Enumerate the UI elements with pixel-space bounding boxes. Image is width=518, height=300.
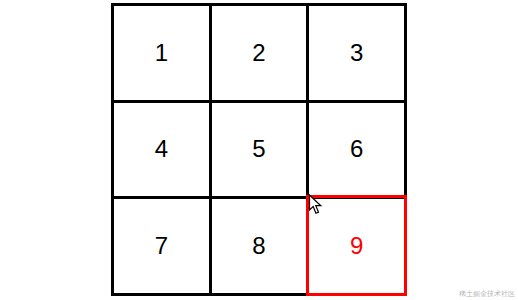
grid-cell-6[interactable]: 6 (309, 103, 404, 197)
grid-cell-9[interactable]: 9 (309, 199, 404, 293)
cell-value: 4 (155, 137, 168, 161)
grid-cell-1[interactable]: 1 (114, 6, 209, 100)
cell-value: 7 (155, 234, 168, 258)
grid-cell-5[interactable]: 5 (212, 103, 307, 197)
cell-value: 9 (350, 234, 363, 258)
cell-value: 8 (252, 234, 265, 258)
grid-cell-4[interactable]: 4 (114, 103, 209, 197)
grid-cell-2[interactable]: 2 (212, 6, 307, 100)
grid-cell-7[interactable]: 7 (114, 199, 209, 293)
cell-value: 1 (155, 41, 168, 65)
cell-value: 6 (350, 137, 363, 161)
cell-value: 2 (252, 41, 265, 65)
watermark: 稀土掘金技术社区 (459, 290, 515, 298)
grid-cell-8[interactable]: 8 (212, 199, 307, 293)
grid-board: 123456789 (111, 3, 407, 296)
cell-value: 3 (350, 41, 363, 65)
grid-cell-3[interactable]: 3 (309, 6, 404, 100)
cell-value: 5 (252, 137, 265, 161)
